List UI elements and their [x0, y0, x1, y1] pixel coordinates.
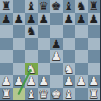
square-h1[interactable]: ♜ — [88, 88, 101, 101]
square-g5[interactable] — [75, 38, 88, 51]
square-c8[interactable]: ♝ — [25, 0, 38, 13]
square-a1[interactable]: ♜ — [0, 88, 13, 101]
piece-black-pawn[interactable]: ♟ — [0, 13, 13, 26]
square-h7[interactable]: ♟ — [88, 13, 101, 26]
chess-board-container: ♜♝♛♚♝♞♜♟♟♟♟♟♟♟♞♟♟♞♞♟♟♟♟♟♟♟♜♝♛♚♝♜ — [0, 0, 100, 100]
square-d1[interactable]: ♛ — [38, 88, 51, 101]
square-e1[interactable]: ♚ — [50, 88, 63, 101]
square-f4[interactable] — [63, 50, 76, 63]
square-c1[interactable]: ♝ — [25, 88, 38, 101]
square-a4[interactable] — [0, 50, 13, 63]
square-f7[interactable]: ♟ — [63, 13, 76, 26]
square-d5[interactable] — [38, 38, 51, 51]
square-a2[interactable]: ♟ — [0, 75, 13, 88]
square-c4[interactable] — [25, 50, 38, 63]
piece-white-pawn[interactable]: ♟ — [0, 75, 13, 88]
square-b4[interactable] — [13, 50, 26, 63]
square-g2[interactable]: ♟ — [75, 75, 88, 88]
square-h5[interactable] — [88, 38, 101, 51]
piece-black-rook[interactable]: ♜ — [0, 0, 13, 13]
square-f2[interactable]: ♟ — [63, 75, 76, 88]
square-g4[interactable] — [75, 50, 88, 63]
piece-white-king[interactable]: ♚ — [50, 88, 63, 101]
square-c5[interactable] — [25, 38, 38, 51]
piece-white-pawn[interactable]: ♟ — [75, 75, 88, 88]
square-d8[interactable]: ♛ — [38, 0, 51, 13]
square-e8[interactable]: ♚ — [50, 0, 63, 13]
piece-white-pawn[interactable]: ♟ — [88, 75, 101, 88]
square-b1[interactable] — [13, 88, 26, 101]
square-e6[interactable] — [50, 25, 63, 38]
square-b7[interactable]: ♟ — [13, 13, 26, 26]
square-h8[interactable]: ♜ — [88, 0, 101, 13]
piece-black-king[interactable]: ♚ — [50, 0, 63, 13]
piece-white-queen[interactable]: ♛ — [38, 88, 51, 101]
square-f5[interactable] — [63, 38, 76, 51]
piece-white-rook[interactable]: ♜ — [88, 88, 101, 101]
piece-white-pawn[interactable]: ♟ — [25, 75, 38, 88]
piece-black-pawn[interactable]: ♟ — [38, 13, 51, 26]
square-b8[interactable] — [13, 0, 26, 13]
piece-white-pawn[interactable]: ♟ — [13, 75, 26, 88]
piece-black-pawn[interactable]: ♟ — [13, 13, 26, 26]
piece-white-pawn[interactable]: ♟ — [63, 75, 76, 88]
piece-white-bishop[interactable]: ♝ — [25, 88, 38, 101]
square-g8[interactable]: ♞ — [75, 0, 88, 13]
square-b6[interactable] — [13, 25, 26, 38]
piece-black-bishop[interactable]: ♝ — [63, 0, 76, 13]
piece-black-bishop[interactable]: ♝ — [25, 0, 38, 13]
chess-board[interactable]: ♜♝♛♚♝♞♜♟♟♟♟♟♟♟♞♟♟♞♞♟♟♟♟♟♟♟♜♝♛♚♝♜ — [0, 0, 100, 100]
square-a7[interactable]: ♟ — [0, 13, 13, 26]
square-a6[interactable] — [0, 25, 13, 38]
square-c2[interactable]: ♟ — [25, 75, 38, 88]
square-d4[interactable] — [38, 50, 51, 63]
piece-white-bishop[interactable]: ♝ — [63, 88, 76, 101]
square-f1[interactable]: ♝ — [63, 88, 76, 101]
piece-black-pawn[interactable]: ♟ — [75, 13, 88, 26]
square-h2[interactable]: ♟ — [88, 75, 101, 88]
square-b5[interactable] — [13, 38, 26, 51]
piece-white-rook[interactable]: ♜ — [0, 88, 13, 101]
square-e7[interactable] — [50, 13, 63, 26]
piece-black-pawn[interactable]: ♟ — [88, 13, 101, 26]
piece-white-pawn[interactable]: ♟ — [50, 50, 63, 63]
piece-white-pawn[interactable]: ♟ — [38, 75, 51, 88]
piece-black-queen[interactable]: ♛ — [38, 0, 51, 13]
piece-black-rook[interactable]: ♜ — [88, 0, 101, 13]
piece-black-pawn[interactable]: ♟ — [63, 13, 76, 26]
piece-black-knight[interactable]: ♞ — [25, 25, 38, 38]
square-e3[interactable] — [50, 63, 63, 76]
square-d6[interactable] — [38, 25, 51, 38]
square-g1[interactable] — [75, 88, 88, 101]
square-f8[interactable]: ♝ — [63, 0, 76, 13]
square-b2[interactable]: ♟ — [13, 75, 26, 88]
square-a5[interactable] — [0, 38, 13, 51]
square-a8[interactable]: ♜ — [0, 0, 13, 13]
square-f6[interactable] — [63, 25, 76, 38]
square-c6[interactable]: ♞ — [25, 25, 38, 38]
square-h4[interactable] — [88, 50, 101, 63]
square-e4[interactable]: ♟ — [50, 50, 63, 63]
square-d7[interactable]: ♟ — [38, 13, 51, 26]
square-h6[interactable] — [88, 25, 101, 38]
square-d2[interactable]: ♟ — [38, 75, 51, 88]
square-g6[interactable] — [75, 25, 88, 38]
piece-black-knight[interactable]: ♞ — [75, 0, 88, 13]
square-g7[interactable]: ♟ — [75, 13, 88, 26]
square-e2[interactable] — [50, 75, 63, 88]
